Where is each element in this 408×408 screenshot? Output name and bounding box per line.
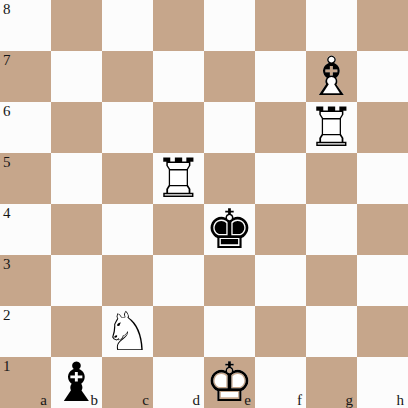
square-f4[interactable]	[255, 204, 306, 255]
square-g4[interactable]	[306, 204, 357, 255]
square-b3[interactable]	[51, 255, 102, 306]
black-king-icon: ♚	[204, 204, 255, 255]
square-c4[interactable]	[102, 204, 153, 255]
white-bishop-fill-glyph: ♝	[306, 51, 357, 102]
square-a7[interactable]	[0, 51, 51, 102]
square-d2[interactable]	[153, 306, 204, 357]
square-g5[interactable]	[306, 153, 357, 204]
square-h2[interactable]	[357, 306, 408, 357]
white-bishop-icon: ♗	[306, 51, 357, 102]
square-e3[interactable]	[204, 255, 255, 306]
square-h7[interactable]	[357, 51, 408, 102]
white-rook-fill-glyph: ♜	[153, 153, 204, 204]
square-f6[interactable]	[255, 102, 306, 153]
square-f7[interactable]	[255, 51, 306, 102]
square-h5[interactable]	[357, 153, 408, 204]
white-rook-d5[interactable]: ♜♖	[153, 153, 204, 204]
square-d6[interactable]	[153, 102, 204, 153]
white-king-e1[interactable]: ♚♔	[204, 357, 255, 408]
black-bishop-icon: ♝	[51, 357, 102, 408]
square-b2[interactable]	[51, 306, 102, 357]
square-a1[interactable]	[0, 357, 51, 408]
square-d1[interactable]	[153, 357, 204, 408]
black-bishop-b1[interactable]: ♝	[51, 357, 102, 408]
white-king-fill-glyph: ♚	[204, 357, 255, 408]
square-a8[interactable]	[0, 0, 51, 51]
square-f2[interactable]	[255, 306, 306, 357]
white-rook-icon: ♖	[153, 153, 204, 204]
white-rook-fill-glyph: ♜	[306, 102, 357, 153]
chess-board: 87654321abcdefgh♝♗♜♖♜♖♚♞♘♝♚♔	[0, 0, 408, 408]
square-b8[interactable]	[51, 0, 102, 51]
square-e2[interactable]	[204, 306, 255, 357]
square-f3[interactable]	[255, 255, 306, 306]
black-king-e4[interactable]: ♚	[204, 204, 255, 255]
square-f1[interactable]	[255, 357, 306, 408]
square-c7[interactable]	[102, 51, 153, 102]
square-e8[interactable]	[204, 0, 255, 51]
square-h3[interactable]	[357, 255, 408, 306]
white-knight-icon: ♘	[102, 306, 153, 357]
white-rook-g6[interactable]: ♜♖	[306, 102, 357, 153]
square-f5[interactable]	[255, 153, 306, 204]
square-h4[interactable]	[357, 204, 408, 255]
square-c8[interactable]	[102, 0, 153, 51]
square-g3[interactable]	[306, 255, 357, 306]
square-a3[interactable]	[0, 255, 51, 306]
square-g1[interactable]	[306, 357, 357, 408]
square-e5[interactable]	[204, 153, 255, 204]
square-c1[interactable]	[102, 357, 153, 408]
square-d3[interactable]	[153, 255, 204, 306]
square-d7[interactable]	[153, 51, 204, 102]
square-a4[interactable]	[0, 204, 51, 255]
square-g2[interactable]	[306, 306, 357, 357]
white-rook-icon: ♖	[306, 102, 357, 153]
square-a5[interactable]	[0, 153, 51, 204]
square-e7[interactable]	[204, 51, 255, 102]
square-d8[interactable]	[153, 0, 204, 51]
square-c5[interactable]	[102, 153, 153, 204]
square-h6[interactable]	[357, 102, 408, 153]
square-b4[interactable]	[51, 204, 102, 255]
square-b6[interactable]	[51, 102, 102, 153]
square-c3[interactable]	[102, 255, 153, 306]
white-knight-c2[interactable]: ♞♘	[102, 306, 153, 357]
square-b5[interactable]	[51, 153, 102, 204]
square-a6[interactable]	[0, 102, 51, 153]
white-king-icon: ♔	[204, 357, 255, 408]
square-a2[interactable]	[0, 306, 51, 357]
square-b7[interactable]	[51, 51, 102, 102]
square-g8[interactable]	[306, 0, 357, 51]
square-d4[interactable]	[153, 204, 204, 255]
white-knight-fill-glyph: ♞	[102, 306, 153, 357]
square-h8[interactable]	[357, 0, 408, 51]
square-e6[interactable]	[204, 102, 255, 153]
white-bishop-g7[interactable]: ♝♗	[306, 51, 357, 102]
square-h1[interactable]	[357, 357, 408, 408]
square-c6[interactable]	[102, 102, 153, 153]
square-f8[interactable]	[255, 0, 306, 51]
